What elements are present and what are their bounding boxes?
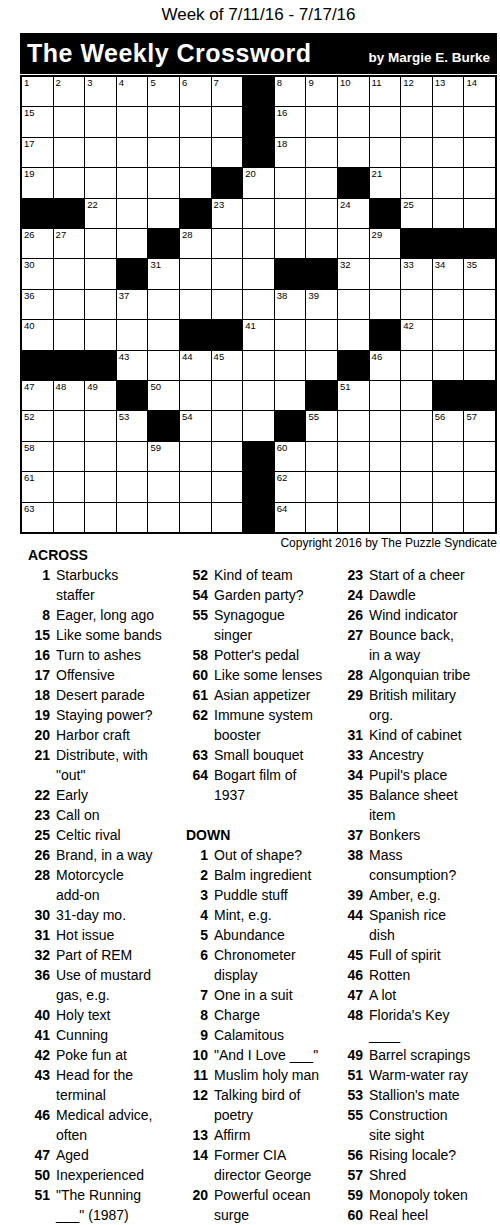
clue-down-60: 60Real heel <box>341 1205 499 1225</box>
cell-number: 8 <box>277 77 282 88</box>
grid-cell[interactable] <box>401 290 432 319</box>
clue-across-52: 52Kind of team <box>186 565 338 585</box>
grid-cell[interactable] <box>370 503 401 532</box>
clue-down-11: 11Muslim holy man <box>186 1065 338 1085</box>
grid-cell[interactable] <box>180 138 211 167</box>
clue-text: A lot <box>369 985 499 1005</box>
grid-cell[interactable] <box>148 107 179 136</box>
clue-across-8: 8Eager, long ago <box>28 605 186 625</box>
grid-cell[interactable] <box>212 138 243 167</box>
grid-cell[interactable] <box>85 107 116 136</box>
clue-text: 31-day mo. <box>56 905 186 925</box>
grid-cell[interactable] <box>433 320 464 349</box>
grid-cell[interactable] <box>85 138 116 167</box>
grid-cell[interactable] <box>401 411 432 440</box>
grid-cell[interactable]: 1 <box>22 77 53 106</box>
grid-cell[interactable]: 23 <box>212 199 243 228</box>
grid-cell[interactable] <box>370 290 401 319</box>
clue-number: 32 <box>28 945 56 965</box>
grid-cell[interactable] <box>370 472 401 501</box>
grid-cell[interactable]: 40 <box>22 320 53 349</box>
grid-cell[interactable]: 5 <box>148 77 179 106</box>
grid-cell[interactable]: 62 <box>275 472 306 501</box>
grid-cell[interactable] <box>243 381 274 410</box>
grid-cell[interactable] <box>306 107 337 136</box>
grid-cell[interactable]: 64 <box>275 503 306 532</box>
grid-cell[interactable] <box>338 290 369 319</box>
grid-cell[interactable]: 21 <box>370 168 401 197</box>
clue-text: Massconsumption? <box>369 845 499 885</box>
grid-cell[interactable] <box>117 168 148 197</box>
grid-cell[interactable] <box>85 168 116 197</box>
clue-text: Former CIAdirector George <box>214 1145 338 1185</box>
cell-number: 53 <box>119 411 130 422</box>
grid-cell[interactable] <box>338 503 369 532</box>
grid-cell[interactable]: 17 <box>22 138 53 167</box>
grid-cell[interactable]: 57 <box>464 411 495 440</box>
grid-cell[interactable]: 45 <box>212 351 243 380</box>
clue-text: Kind of cabinet <box>369 725 499 745</box>
grid-cell[interactable] <box>117 107 148 136</box>
clue-number: 37 <box>341 825 369 845</box>
grid-cell[interactable] <box>401 472 432 501</box>
black-cell <box>243 442 274 471</box>
grid-cell[interactable]: 36 <box>22 290 53 319</box>
clue-down-10: 10"And I Love ___" <box>186 1045 338 1065</box>
grid-cell[interactable] <box>338 107 369 136</box>
grid-cell[interactable]: 9 <box>306 77 337 106</box>
grid-cell[interactable] <box>433 472 464 501</box>
grid-cell[interactable]: 47 <box>22 381 53 410</box>
grid-cell[interactable]: 13 <box>433 77 464 106</box>
cell-number: 44 <box>182 351 193 362</box>
grid-cell[interactable] <box>243 290 274 319</box>
clue-text: Early <box>56 785 186 805</box>
grid-cell[interactable]: 39 <box>306 290 337 319</box>
grid-cell[interactable] <box>85 229 116 258</box>
grid-cell[interactable] <box>85 472 116 501</box>
grid-cell[interactable]: 35 <box>464 259 495 288</box>
black-cell <box>243 138 274 167</box>
grid-cell[interactable] <box>85 290 116 319</box>
grid-cell[interactable] <box>306 320 337 349</box>
grid-cell[interactable] <box>117 442 148 471</box>
clue-text: Celtic rival <box>56 825 186 845</box>
grid-cell[interactable] <box>306 199 337 228</box>
black-cell <box>148 229 179 258</box>
clue-text: British militaryorg. <box>369 685 499 725</box>
grid-cell[interactable] <box>117 503 148 532</box>
grid-cell[interactable] <box>275 168 306 197</box>
clue-number: 57 <box>341 1165 369 1185</box>
clue-number: 20 <box>186 1185 214 1225</box>
grid-cell[interactable] <box>54 259 85 288</box>
clue-across-1: 1Starbucksstaffer <box>28 565 186 605</box>
grid-cell[interactable] <box>212 503 243 532</box>
grid-cell[interactable] <box>54 290 85 319</box>
grid-cell[interactable]: 6 <box>180 77 211 106</box>
cell-number: 32 <box>340 259 351 270</box>
grid-cell[interactable] <box>464 199 495 228</box>
grid-cell[interactable]: 46 <box>370 351 401 380</box>
clue-number: 12 <box>186 1085 214 1125</box>
grid-cell[interactable]: 56 <box>433 411 464 440</box>
grid-cell[interactable]: 50 <box>148 381 179 410</box>
grid-cell[interactable]: 22 <box>85 199 116 228</box>
clue-column-2: 52Kind of team54Garden party?55Synagogue… <box>186 565 338 1225</box>
clue-number: 1 <box>28 565 56 605</box>
grid-cell[interactable] <box>180 107 211 136</box>
grid-cell[interactable]: 4 <box>117 77 148 106</box>
black-cell <box>243 77 274 106</box>
grid-cell[interactable]: 27 <box>54 229 85 258</box>
cell-number: 4 <box>119 77 124 88</box>
grid-cell[interactable] <box>212 290 243 319</box>
grid-cell[interactable] <box>464 472 495 501</box>
grid-cell[interactable]: 30 <box>22 259 53 288</box>
clue-across-21: 21Distribute, with"out" <box>28 745 186 785</box>
grid-cell[interactable] <box>117 138 148 167</box>
grid-cell[interactable]: 52 <box>22 411 53 440</box>
grid-cell[interactable] <box>433 107 464 136</box>
clue-across-47: 47Aged <box>28 1145 186 1165</box>
clue-across-64: 64Bogart film of1937 <box>186 765 338 805</box>
clue-number: 47 <box>341 985 369 1005</box>
grid-cell[interactable] <box>212 411 243 440</box>
grid-cell[interactable] <box>117 320 148 349</box>
grid-cell[interactable] <box>306 138 337 167</box>
grid-cell[interactable]: 54 <box>180 411 211 440</box>
clue-down-3: 3Puddle stuff <box>186 885 338 905</box>
clue-number: 11 <box>186 1065 214 1085</box>
grid-cell[interactable] <box>464 320 495 349</box>
grid-cell[interactable] <box>401 442 432 471</box>
grid-cell[interactable] <box>212 381 243 410</box>
clue-text: Wind indicator <box>369 605 499 625</box>
cell-number: 60 <box>277 442 288 453</box>
grid-cell[interactable]: 26 <box>22 229 53 258</box>
clue-number: 38 <box>341 845 369 885</box>
clue-down-13: 13Affirm <box>186 1125 338 1145</box>
clue-text: Part of REM <box>56 945 186 965</box>
grid-cell[interactable]: 61 <box>22 472 53 501</box>
grid-cell[interactable]: 59 <box>148 442 179 471</box>
grid-cell[interactable] <box>433 442 464 471</box>
grid-cell[interactable]: 43 <box>117 351 148 380</box>
grid-cell[interactable] <box>148 320 179 349</box>
grid-cell[interactable] <box>117 472 148 501</box>
clue-number: 9 <box>186 1025 214 1045</box>
grid-cell[interactable]: 31 <box>148 259 179 288</box>
grid-cell[interactable]: 18 <box>275 138 306 167</box>
clue-text: Algonquian tribe <box>369 665 499 685</box>
clue-number: 45 <box>341 945 369 965</box>
grid-cell[interactable] <box>433 503 464 532</box>
clue-number: 23 <box>28 805 56 825</box>
grid-cell[interactable] <box>212 472 243 501</box>
grid-cell[interactable]: 32 <box>338 259 369 288</box>
grid-cell[interactable]: 38 <box>275 290 306 319</box>
clue-across-20: 20Harbor craft <box>28 725 186 745</box>
grid-cell[interactable] <box>338 320 369 349</box>
grid-cell[interactable] <box>212 107 243 136</box>
grid-cell[interactable] <box>148 138 179 167</box>
grid-cell[interactable]: 29 <box>370 229 401 258</box>
grid-cell[interactable] <box>370 259 401 288</box>
grid-cell[interactable] <box>433 168 464 197</box>
grid-cell[interactable] <box>338 472 369 501</box>
grid-cell[interactable] <box>306 442 337 471</box>
clue-number: 51 <box>341 1065 369 1085</box>
grid-cell[interactable]: 8 <box>275 77 306 106</box>
grid-cell[interactable]: 19 <box>22 168 53 197</box>
clue-down-44: 44Spanish ricedish <box>341 905 499 945</box>
clue-down-26: 26Wind indicator <box>341 605 499 625</box>
grid-cell[interactable] <box>54 472 85 501</box>
grid-cell[interactable]: 24 <box>338 199 369 228</box>
black-cell <box>275 411 306 440</box>
clue-number: 8 <box>186 1005 214 1025</box>
grid-cell[interactable] <box>275 229 306 258</box>
grid-cell[interactable]: 10 <box>338 77 369 106</box>
black-cell <box>180 320 211 349</box>
cell-number: 41 <box>245 320 256 331</box>
grid-cell[interactable] <box>275 320 306 349</box>
grid-cell[interactable] <box>54 411 85 440</box>
grid-cell[interactable] <box>117 199 148 228</box>
cell-number: 57 <box>466 411 477 422</box>
grid-cell[interactable] <box>275 351 306 380</box>
cell-number: 21 <box>372 168 383 179</box>
clue-text: Synagoguesinger <box>214 605 338 645</box>
puzzle-title: The Weekly Crossword <box>27 33 312 73</box>
grid-cell[interactable]: 2 <box>54 77 85 106</box>
clue-number: 51 <box>28 1185 56 1225</box>
clue-text: Eager, long ago <box>56 605 186 625</box>
clue-text: Aged <box>56 1145 186 1165</box>
grid-cell[interactable] <box>370 411 401 440</box>
clue-across-62: 62Immune systembooster <box>186 705 338 745</box>
grid-cell[interactable] <box>306 503 337 532</box>
grid-cell[interactable] <box>148 290 179 319</box>
grid-cell[interactable] <box>464 168 495 197</box>
grid-cell[interactable]: 25 <box>401 199 432 228</box>
grid-cell[interactable] <box>275 199 306 228</box>
grid-cell[interactable] <box>306 229 337 258</box>
cell-number: 10 <box>340 77 351 88</box>
grid-cell[interactable]: 34 <box>433 259 464 288</box>
grid-cell[interactable] <box>306 351 337 380</box>
clue-text: Call on <box>56 805 186 825</box>
grid-cell[interactable] <box>338 138 369 167</box>
grid-cell[interactable]: 37 <box>117 290 148 319</box>
grid-cell[interactable] <box>306 472 337 501</box>
clue-across-46: 46Medical advice,often <box>28 1105 186 1145</box>
grid-cell[interactable] <box>54 320 85 349</box>
grid-cell[interactable] <box>464 442 495 471</box>
grid-cell[interactable] <box>180 259 211 288</box>
black-cell <box>148 411 179 440</box>
grid-cell[interactable] <box>243 411 274 440</box>
cell-number: 42 <box>403 320 414 331</box>
grid-cell[interactable] <box>401 138 432 167</box>
grid-cell[interactable] <box>54 442 85 471</box>
clue-across-50: 50Inexperienced <box>28 1165 186 1185</box>
grid-cell[interactable] <box>148 199 179 228</box>
grid-cell[interactable] <box>243 351 274 380</box>
grid-cell[interactable] <box>85 411 116 440</box>
grid-cell[interactable] <box>54 168 85 197</box>
grid-cell[interactable] <box>85 320 116 349</box>
grid-cell[interactable] <box>54 107 85 136</box>
grid-cell[interactable] <box>212 229 243 258</box>
cell-number: 11 <box>372 77 382 88</box>
grid-cell[interactable]: 60 <box>275 442 306 471</box>
grid-cell[interactable] <box>464 138 495 167</box>
cell-number: 24 <box>340 199 351 210</box>
clue-down-7: 7One in a suit <box>186 985 338 1005</box>
black-cell <box>212 168 243 197</box>
black-cell <box>22 351 53 380</box>
clue-across-40: 40Holy text <box>28 1005 186 1025</box>
grid-cell[interactable]: 3 <box>85 77 116 106</box>
grid-cell[interactable] <box>85 503 116 532</box>
grid-cell[interactable] <box>370 138 401 167</box>
grid-cell[interactable]: 49 <box>85 381 116 410</box>
grid-cell[interactable] <box>54 503 85 532</box>
cell-number: 16 <box>277 107 288 118</box>
grid-cell[interactable]: 42 <box>401 320 432 349</box>
clue-across-58: 58Potter's pedal <box>186 645 338 665</box>
clue-down-51: 51Warm-water ray <box>341 1065 499 1085</box>
clue-text: Barrel scrapings <box>369 1045 499 1065</box>
grid-cell[interactable] <box>433 290 464 319</box>
grid-cell[interactable]: 63 <box>22 503 53 532</box>
grid-cell[interactable] <box>464 290 495 319</box>
grid-cell[interactable] <box>180 168 211 197</box>
clue-text: Brand, in a way <box>56 845 186 865</box>
grid-cell[interactable] <box>180 442 211 471</box>
clue-number: 31 <box>341 725 369 745</box>
grid-cell[interactable]: 51 <box>338 381 369 410</box>
clue-text: Spanish ricedish <box>369 905 499 945</box>
grid-cell[interactable]: 48 <box>54 381 85 410</box>
cell-number: 49 <box>87 381 98 392</box>
grid-cell[interactable] <box>306 168 337 197</box>
clue-text: Charge <box>214 1005 338 1025</box>
clue-text: Kind of team <box>214 565 338 585</box>
clue-number: 54 <box>186 585 214 605</box>
grid-cell[interactable] <box>180 290 211 319</box>
grid-cell[interactable] <box>433 351 464 380</box>
grid-cell[interactable] <box>243 199 274 228</box>
grid-cell[interactable] <box>433 199 464 228</box>
clue-down-20: 20Powerful oceansurge <box>186 1185 338 1225</box>
grid-cell[interactable]: 16 <box>275 107 306 136</box>
grid-cell[interactable] <box>117 229 148 258</box>
black-cell <box>306 381 337 410</box>
author-byline: by Margie E. Burke <box>368 50 490 65</box>
grid-cell[interactable]: 41 <box>243 320 274 349</box>
grid-cell[interactable]: 28 <box>180 229 211 258</box>
clue-number: 31 <box>28 925 56 945</box>
cell-number: 39 <box>308 290 319 301</box>
clue-across-42: 42Poke fun at <box>28 1045 186 1065</box>
grid-cell[interactable] <box>433 138 464 167</box>
grid-cell[interactable] <box>338 411 369 440</box>
grid-cell[interactable]: 58 <box>22 442 53 471</box>
grid-cell[interactable]: 12 <box>401 77 432 106</box>
cell-number: 55 <box>308 411 319 422</box>
grid-cell[interactable] <box>338 229 369 258</box>
grid-cell[interactable] <box>370 381 401 410</box>
grid-cell[interactable] <box>212 259 243 288</box>
grid-cell[interactable] <box>370 442 401 471</box>
grid-cell[interactable] <box>243 229 274 258</box>
grid-cell[interactable] <box>148 168 179 197</box>
clue-across-16: 16Turn to ashes <box>28 645 186 665</box>
cell-number: 63 <box>24 503 35 514</box>
grid-cell[interactable]: 55 <box>306 411 337 440</box>
grid-cell[interactable] <box>148 351 179 380</box>
grid-cell[interactable]: 53 <box>117 411 148 440</box>
grid-cell[interactable]: 33 <box>401 259 432 288</box>
grid-cell[interactable]: 44 <box>180 351 211 380</box>
grid-cell[interactable]: 15 <box>22 107 53 136</box>
cell-number: 25 <box>403 199 414 210</box>
clue-text: Garden party? <box>214 585 338 605</box>
grid-cell[interactable] <box>212 442 243 471</box>
grid-cell[interactable] <box>180 472 211 501</box>
grid-cell[interactable] <box>85 259 116 288</box>
grid-cell[interactable] <box>401 168 432 197</box>
clue-number: 19 <box>28 705 56 725</box>
grid-cell[interactable] <box>464 503 495 532</box>
grid-cell[interactable] <box>464 107 495 136</box>
clue-number: 55 <box>341 1105 369 1145</box>
grid-cell[interactable] <box>401 351 432 380</box>
grid-cell[interactable]: 20 <box>243 168 274 197</box>
grid-cell[interactable] <box>180 381 211 410</box>
grid-cell[interactable]: 14 <box>464 77 495 106</box>
clue-list-header: ACROSS <box>28 545 186 565</box>
grid-cell[interactable] <box>464 351 495 380</box>
grid-cell[interactable] <box>148 472 179 501</box>
clue-across-19: 19Staying power? <box>28 705 186 725</box>
cell-number: 51 <box>340 381 351 392</box>
grid-cell[interactable] <box>401 107 432 136</box>
clue-number: 60 <box>186 665 214 685</box>
cell-number: 47 <box>24 381 35 392</box>
clue-number: 47 <box>28 1145 56 1165</box>
grid-cell[interactable]: 7 <box>212 77 243 106</box>
cell-number: 14 <box>466 77 477 88</box>
grid-cell[interactable] <box>401 381 432 410</box>
black-cell <box>212 320 243 349</box>
grid-cell[interactable] <box>148 503 179 532</box>
grid-cell[interactable] <box>243 259 274 288</box>
grid-cell[interactable] <box>370 107 401 136</box>
grid-cell[interactable] <box>401 503 432 532</box>
grid-cell[interactable] <box>275 381 306 410</box>
clue-down-49: 49Barrel scrapings <box>341 1045 499 1065</box>
grid-cell[interactable] <box>85 442 116 471</box>
grid-cell[interactable] <box>338 442 369 471</box>
clue-text: Start of a cheer <box>369 565 499 585</box>
grid-cell[interactable] <box>180 503 211 532</box>
grid-cell[interactable]: 11 <box>370 77 401 106</box>
grid-cell[interactable] <box>54 138 85 167</box>
